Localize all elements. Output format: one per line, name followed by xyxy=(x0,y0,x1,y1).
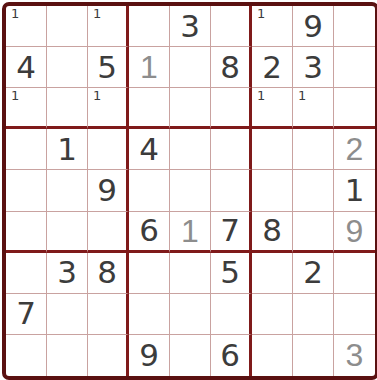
cell-r7c2[interactable]: 3 xyxy=(47,253,88,294)
pencil-mark: 1 xyxy=(298,89,306,103)
given-digit: 4 xyxy=(16,52,36,83)
pencil-mark: 1 xyxy=(11,89,19,103)
cell-r7c8[interactable]: 2 xyxy=(293,253,334,294)
cell-r1c4[interactable] xyxy=(129,6,170,47)
cell-r2c8[interactable]: 3 xyxy=(293,47,334,88)
cell-r8c6[interactable] xyxy=(211,294,252,335)
given-digit: 7 xyxy=(16,298,36,329)
cell-r5c4[interactable] xyxy=(129,170,170,211)
cell-r1c8[interactable]: 9 xyxy=(293,6,334,47)
given-digit: 3 xyxy=(180,11,200,42)
cell-r1c7[interactable]: 1 xyxy=(252,6,293,47)
given-digit: 5 xyxy=(220,257,240,288)
cell-r8c7[interactable] xyxy=(252,294,293,335)
pencil-mark: 1 xyxy=(93,89,101,103)
cell-r9c9[interactable]: 3 xyxy=(334,335,375,376)
cell-r5c1[interactable] xyxy=(6,170,47,211)
cell-r6c7[interactable]: 8 xyxy=(252,212,293,253)
given-digit: 8 xyxy=(97,257,117,288)
cell-r7c5[interactable] xyxy=(170,253,211,294)
cell-r3c9[interactable] xyxy=(334,88,375,129)
cell-r2c4[interactable]: 1 xyxy=(129,47,170,88)
cell-r3c4[interactable] xyxy=(129,88,170,129)
given-digit: 8 xyxy=(220,52,240,83)
cell-r5c6[interactable] xyxy=(211,170,252,211)
cell-r7c9[interactable] xyxy=(334,253,375,294)
cell-r9c2[interactable] xyxy=(47,335,88,376)
cell-r5c9[interactable]: 1 xyxy=(334,170,375,211)
cell-r6c8[interactable] xyxy=(293,212,334,253)
cell-r7c7[interactable] xyxy=(252,253,293,294)
cell-r3c7[interactable]: 1 xyxy=(252,88,293,129)
pencil-mark: 1 xyxy=(11,7,19,21)
cell-r7c1[interactable] xyxy=(6,253,47,294)
cell-r1c5[interactable]: 3 xyxy=(170,6,211,47)
given-digit: 5 xyxy=(97,52,117,83)
sudoku-app: 113194518231111142916178938527963 xyxy=(0,0,377,380)
cell-r2c6[interactable]: 8 xyxy=(211,47,252,88)
cell-r4c7[interactable] xyxy=(252,129,293,170)
cell-r9c6[interactable]: 6 xyxy=(211,335,252,376)
cell-r1c3[interactable]: 1 xyxy=(88,6,129,47)
cell-r4c1[interactable] xyxy=(6,129,47,170)
given-digit: 3 xyxy=(57,257,77,288)
cell-r6c2[interactable] xyxy=(47,212,88,253)
user-digit: 2 xyxy=(346,133,364,165)
cell-r8c9[interactable] xyxy=(334,294,375,335)
cell-r4c3[interactable] xyxy=(88,129,129,170)
pencil-mark: 1 xyxy=(257,7,265,21)
cell-r9c3[interactable] xyxy=(88,335,129,376)
cell-r4c9[interactable]: 2 xyxy=(334,129,375,170)
user-digit: 1 xyxy=(181,215,199,247)
given-digit: 1 xyxy=(57,134,77,165)
cell-r4c6[interactable] xyxy=(211,129,252,170)
given-digit: 9 xyxy=(97,175,117,206)
cell-r6c3[interactable] xyxy=(88,212,129,253)
user-digit: 3 xyxy=(346,339,364,371)
cell-r3c6[interactable] xyxy=(211,88,252,129)
cell-r8c8[interactable] xyxy=(293,294,334,335)
cell-r6c9[interactable]: 9 xyxy=(334,212,375,253)
cell-r6c4[interactable]: 6 xyxy=(129,212,170,253)
user-digit: 1 xyxy=(140,51,158,83)
cell-r4c8[interactable] xyxy=(293,129,334,170)
cell-r8c1[interactable]: 7 xyxy=(6,294,47,335)
given-digit: 2 xyxy=(303,257,323,288)
cell-r5c8[interactable] xyxy=(293,170,334,211)
cell-r8c4[interactable] xyxy=(129,294,170,335)
cell-r1c6[interactable] xyxy=(211,6,252,47)
cell-r3c2[interactable] xyxy=(47,88,88,129)
cell-r2c3[interactable]: 5 xyxy=(88,47,129,88)
cell-r6c6[interactable]: 7 xyxy=(211,212,252,253)
given-digit: 9 xyxy=(303,11,323,42)
given-digit: 4 xyxy=(139,134,159,165)
pencil-mark: 1 xyxy=(93,7,101,21)
cell-r7c3[interactable]: 8 xyxy=(88,253,129,294)
cell-r8c2[interactable] xyxy=(47,294,88,335)
cell-r4c5[interactable] xyxy=(170,129,211,170)
cell-r9c7[interactable] xyxy=(252,335,293,376)
cell-r4c4[interactable]: 4 xyxy=(129,129,170,170)
cell-r6c5[interactable]: 1 xyxy=(170,212,211,253)
cell-r1c9[interactable] xyxy=(334,6,375,47)
cell-r5c5[interactable] xyxy=(170,170,211,211)
cell-r3c8[interactable]: 1 xyxy=(293,88,334,129)
cell-r8c5[interactable] xyxy=(170,294,211,335)
cell-r3c5[interactable] xyxy=(170,88,211,129)
given-digit: 1 xyxy=(345,175,365,206)
cell-r9c8[interactable] xyxy=(293,335,334,376)
cell-r5c2[interactable] xyxy=(47,170,88,211)
cell-r4c2[interactable]: 1 xyxy=(47,129,88,170)
cell-r2c1[interactable]: 4 xyxy=(6,47,47,88)
given-digit: 6 xyxy=(139,215,159,246)
given-digit: 3 xyxy=(303,52,323,83)
cell-r7c4[interactable] xyxy=(129,253,170,294)
given-digit: 8 xyxy=(262,215,282,246)
given-digit: 9 xyxy=(139,340,159,371)
cell-r2c9[interactable] xyxy=(334,47,375,88)
cell-r9c5[interactable] xyxy=(170,335,211,376)
given-digit: 7 xyxy=(220,215,240,246)
cell-r3c1[interactable]: 1 xyxy=(6,88,47,129)
cell-r8c3[interactable] xyxy=(88,294,129,335)
given-digit: 2 xyxy=(262,52,282,83)
cell-r1c1[interactable]: 1 xyxy=(6,6,47,47)
cell-r5c7[interactable] xyxy=(252,170,293,211)
cell-r2c5[interactable] xyxy=(170,47,211,88)
cell-r6c1[interactable] xyxy=(6,212,47,253)
sudoku-board: 113194518231111142916178938527963 xyxy=(2,2,377,380)
cell-r1c2[interactable] xyxy=(47,6,88,47)
user-digit: 9 xyxy=(346,215,364,247)
cell-r9c1[interactable] xyxy=(6,335,47,376)
given-digit: 6 xyxy=(220,340,240,371)
cell-r2c2[interactable] xyxy=(47,47,88,88)
pencil-mark: 1 xyxy=(257,89,265,103)
cell-r7c6[interactable]: 5 xyxy=(211,253,252,294)
cell-r3c3[interactable]: 1 xyxy=(88,88,129,129)
cell-r9c4[interactable]: 9 xyxy=(129,335,170,376)
cell-r5c3[interactable]: 9 xyxy=(88,170,129,211)
cell-r2c7[interactable]: 2 xyxy=(252,47,293,88)
